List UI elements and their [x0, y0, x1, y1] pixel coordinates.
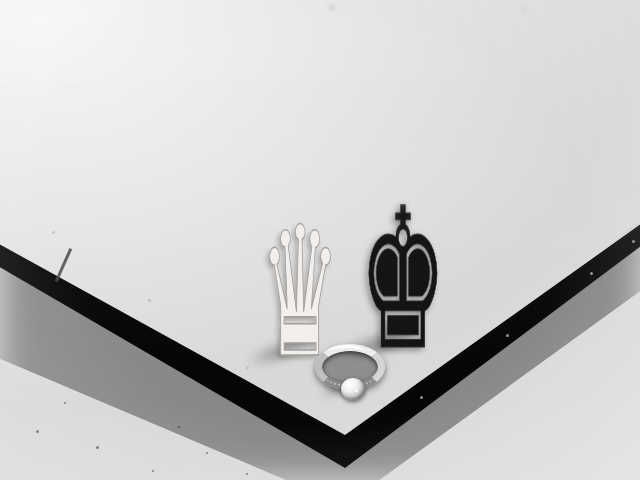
board-side-edge — [0, 0, 640, 480]
photo-scene: AABBCCDDEEFFGGHH1122334455667788 ♛ ♚ — [0, 0, 640, 480]
fold-seam — [114, 56, 561, 309]
square-b4 — [202, 226, 309, 288]
dust-speck — [36, 430, 39, 433]
rank-label-7: 7 — [0, 213, 13, 237]
square-a6 — [31, 200, 150, 264]
dust-speck — [64, 402, 66, 404]
diamond-glint — [347, 382, 351, 386]
file-label-far-C: C — [235, 3, 270, 22]
square-f4 — [416, 112, 504, 164]
square-b7 — [45, 139, 161, 200]
rivet-dot — [506, 334, 509, 337]
square-a4 — [140, 259, 253, 324]
square-e8 — [180, 29, 282, 82]
square-d7 — [170, 83, 274, 139]
square-g3 — [504, 113, 586, 164]
board-cast-shadow — [0, 0, 640, 480]
square-d2 — [409, 219, 501, 276]
square-h8 — [337, 0, 425, 10]
square-c7 — [110, 110, 220, 168]
rivet-dot — [52, 231, 55, 234]
file-label-far-G: G — [0, 107, 36, 129]
dust-speck — [96, 446, 99, 449]
square-b5 — [151, 197, 261, 259]
engagement-ring — [315, 344, 385, 390]
file-label-far-E: E — [122, 52, 161, 72]
diamond-glint — [355, 389, 358, 392]
rivet-dot — [246, 366, 249, 369]
square-g1 — [587, 162, 640, 213]
square-c2 — [358, 249, 455, 309]
square-c3 — [309, 222, 408, 281]
square-f7 — [281, 33, 376, 85]
dust-speck — [524, 9, 526, 11]
square-b6 — [98, 168, 211, 229]
rank-label-far-6: 6 — [479, 14, 509, 31]
square-g6 — [376, 36, 464, 86]
rivet-dot — [590, 272, 593, 275]
square-e3 — [412, 164, 502, 219]
dust-speck — [246, 473, 248, 475]
rank-label-far-5: 5 — [520, 39, 549, 56]
square-c6 — [161, 139, 268, 198]
depth-blur-overlay — [0, 0, 640, 480]
square-e6 — [275, 84, 372, 138]
board-side-hinge-seam — [55, 248, 72, 282]
dust-speck — [152, 470, 154, 472]
square-d8 — [121, 54, 228, 110]
square-d6 — [219, 111, 321, 167]
rivet-dot — [420, 396, 423, 399]
square-a7 — [0, 170, 98, 234]
square-c5 — [211, 167, 315, 226]
square-h7 — [380, 0, 466, 36]
square-e7 — [227, 57, 326, 111]
square-c4 — [261, 195, 363, 254]
square-d1 — [454, 245, 544, 302]
ring-highlight — [328, 345, 364, 358]
square-f1 — [545, 188, 627, 241]
rivet-dot — [632, 240, 635, 243]
ring-diamond — [341, 378, 365, 400]
rank-label-far-3: 3 — [599, 88, 627, 105]
square-h4 — [505, 64, 586, 112]
square-h1 — [626, 138, 640, 187]
square-e4 — [367, 138, 459, 192]
square-f2 — [502, 163, 586, 216]
file-label-far-F: F — [59, 79, 100, 100]
square-h2 — [586, 113, 640, 162]
square-g7 — [332, 10, 422, 60]
square-e5 — [321, 111, 416, 165]
square-h6 — [422, 14, 506, 62]
square-b3 — [253, 254, 358, 316]
square-a5 — [86, 230, 202, 294]
rivet-dot — [148, 299, 151, 302]
square-g4 — [462, 88, 546, 138]
square-f3 — [459, 138, 545, 190]
dust-speck — [330, 6, 333, 9]
square-f8 — [235, 6, 332, 57]
square-h3 — [546, 89, 625, 138]
square-b8 — [0, 109, 110, 170]
square-g8 — [287, 0, 379, 33]
square-h5 — [464, 39, 547, 87]
square-e1 — [501, 216, 587, 271]
rank-label-far-7: 7 — [439, 0, 469, 6]
vignette — [0, 0, 640, 480]
square-e2 — [457, 190, 545, 245]
file-label-far-D: D — [180, 27, 217, 46]
square-d5 — [268, 138, 367, 194]
rank-label-far-4: 4 — [559, 64, 587, 81]
square-a8 — [0, 139, 45, 203]
dust-speck — [206, 452, 208, 454]
square-d4 — [315, 166, 412, 223]
square-f6 — [327, 60, 419, 112]
square-g5 — [419, 62, 505, 112]
square-c8 — [58, 81, 170, 139]
square-d3 — [362, 193, 457, 250]
square-g2 — [546, 138, 627, 189]
square-f5 — [371, 86, 461, 138]
dust-speck — [178, 426, 180, 428]
